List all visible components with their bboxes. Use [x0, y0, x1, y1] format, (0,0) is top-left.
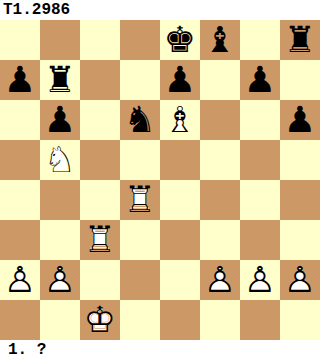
square-f4[interactable]: [200, 180, 240, 220]
square-e4[interactable]: [160, 180, 200, 220]
puzzle-id: T1.2986: [0, 0, 320, 20]
black-knight: ♞: [120, 100, 160, 140]
square-h6[interactable]: ♟: [280, 100, 320, 140]
square-d5[interactable]: [120, 140, 160, 180]
square-d4[interactable]: ♜♖: [120, 180, 160, 220]
square-g4[interactable]: [240, 180, 280, 220]
chess-board: ♚♝♜♟♜♟♟♟♞♝♗♟♞♘♜♖♜♖♟♙♟♙♟♙♟♙♟♙♚♔: [0, 20, 320, 340]
black-pawn: ♟: [40, 100, 80, 140]
square-b6[interactable]: ♟: [40, 100, 80, 140]
square-a5[interactable]: [0, 140, 40, 180]
square-f6[interactable]: [200, 100, 240, 140]
square-e8[interactable]: ♚: [160, 20, 200, 60]
square-b8[interactable]: [40, 20, 80, 60]
white-knight: ♘: [40, 140, 80, 180]
square-d1[interactable]: [120, 300, 160, 340]
square-g7[interactable]: ♟: [240, 60, 280, 100]
white-king: ♔: [80, 300, 120, 340]
square-c4[interactable]: [80, 180, 120, 220]
square-a3[interactable]: [0, 220, 40, 260]
black-king: ♚: [160, 20, 200, 60]
square-d8[interactable]: [120, 20, 160, 60]
square-a2[interactable]: ♟♙: [0, 260, 40, 300]
square-c1[interactable]: ♚♔: [80, 300, 120, 340]
white-pawn: ♙: [280, 260, 320, 300]
chess-puzzle-page: T1.2986 ♚♝♜♟♜♟♟♟♞♝♗♟♞♘♜♖♜♖♟♙♟♙♟♙♟♙♟♙♚♔ 1…: [0, 0, 320, 360]
white-rook: ♖: [80, 220, 120, 260]
square-f7[interactable]: [200, 60, 240, 100]
white-pawn: ♙: [0, 260, 40, 300]
white-rook: ♖: [120, 180, 160, 220]
square-g1[interactable]: [240, 300, 280, 340]
black-bishop: ♝: [200, 20, 240, 60]
square-h8[interactable]: ♜: [280, 20, 320, 60]
square-d2[interactable]: [120, 260, 160, 300]
square-f1[interactable]: [200, 300, 240, 340]
square-d7[interactable]: [120, 60, 160, 100]
square-f8[interactable]: ♝: [200, 20, 240, 60]
square-b5[interactable]: ♞♘: [40, 140, 80, 180]
square-h5[interactable]: [280, 140, 320, 180]
square-c6[interactable]: [80, 100, 120, 140]
square-a7[interactable]: ♟: [0, 60, 40, 100]
square-h7[interactable]: [280, 60, 320, 100]
square-e2[interactable]: [160, 260, 200, 300]
square-b3[interactable]: [40, 220, 80, 260]
square-a8[interactable]: [0, 20, 40, 60]
square-c5[interactable]: [80, 140, 120, 180]
white-pawn: ♙: [40, 260, 80, 300]
square-e6[interactable]: ♝♗: [160, 100, 200, 140]
square-e1[interactable]: [160, 300, 200, 340]
square-h2[interactable]: ♟♙: [280, 260, 320, 300]
black-pawn: ♟: [280, 100, 320, 140]
square-g3[interactable]: [240, 220, 280, 260]
square-b4[interactable]: [40, 180, 80, 220]
square-e5[interactable]: [160, 140, 200, 180]
square-a1[interactable]: [0, 300, 40, 340]
square-c7[interactable]: [80, 60, 120, 100]
square-e7[interactable]: ♟: [160, 60, 200, 100]
black-pawn: ♟: [0, 60, 40, 100]
square-g5[interactable]: [240, 140, 280, 180]
square-g8[interactable]: [240, 20, 280, 60]
square-b2[interactable]: ♟♙: [40, 260, 80, 300]
square-c8[interactable]: [80, 20, 120, 60]
square-d3[interactable]: [120, 220, 160, 260]
square-g2[interactable]: ♟♙: [240, 260, 280, 300]
black-pawn: ♟: [240, 60, 280, 100]
square-e3[interactable]: [160, 220, 200, 260]
square-c2[interactable]: [80, 260, 120, 300]
white-pawn: ♙: [240, 260, 280, 300]
square-f2[interactable]: ♟♙: [200, 260, 240, 300]
black-pawn: ♟: [160, 60, 200, 100]
square-h3[interactable]: [280, 220, 320, 260]
square-b7[interactable]: ♜: [40, 60, 80, 100]
move-prompt: 1. ?: [0, 340, 320, 360]
square-a6[interactable]: [0, 100, 40, 140]
square-h4[interactable]: [280, 180, 320, 220]
square-f5[interactable]: [200, 140, 240, 180]
square-c3[interactable]: ♜♖: [80, 220, 120, 260]
black-rook: ♜: [280, 20, 320, 60]
square-d6[interactable]: ♞: [120, 100, 160, 140]
black-rook: ♜: [40, 60, 80, 100]
square-h1[interactable]: [280, 300, 320, 340]
white-bishop: ♗: [160, 100, 200, 140]
white-pawn: ♙: [200, 260, 240, 300]
square-g6[interactable]: [240, 100, 280, 140]
square-b1[interactable]: [40, 300, 80, 340]
square-f3[interactable]: [200, 220, 240, 260]
square-a4[interactable]: [0, 180, 40, 220]
